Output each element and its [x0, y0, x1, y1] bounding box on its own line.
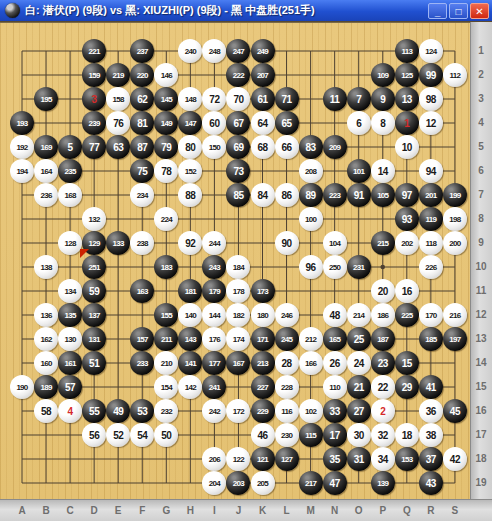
move-number: 146: [154, 63, 178, 87]
move-number: 1: [395, 111, 419, 135]
last-move-marker-icon: [80, 249, 89, 258]
move-number: 36: [419, 399, 443, 423]
move-number: 70: [226, 87, 250, 111]
move-number: 113: [395, 39, 419, 63]
stone-217-black: 217: [299, 471, 323, 495]
move-number: 6: [347, 111, 371, 135]
stone-20-white: 20: [371, 279, 395, 303]
move-number: 124: [419, 39, 443, 63]
stone-161-black: 161: [58, 351, 82, 375]
row-coordinate-strip: 12345678910111213141516171819: [470, 22, 492, 499]
row-label-7: 7: [474, 189, 488, 200]
row-label-2: 2: [474, 69, 488, 80]
stone-105-black: 105: [371, 183, 395, 207]
stone-136-white: 136: [34, 303, 58, 327]
row-label-9: 9: [474, 237, 488, 248]
stone-187-black: 187: [371, 327, 395, 351]
stone-182-white: 182: [226, 303, 250, 327]
stone-4-white: 4: [58, 399, 82, 423]
move-number: 58: [34, 399, 58, 423]
stone-98-white: 98: [419, 87, 443, 111]
move-number: 20: [371, 279, 395, 303]
stone-176-white: 176: [202, 327, 226, 351]
move-number: 180: [251, 303, 275, 327]
move-number: 141: [178, 351, 202, 375]
stone-27-black: 27: [347, 399, 371, 423]
minimize-button[interactable]: _: [428, 3, 447, 19]
stone-139-black: 139: [371, 471, 395, 495]
stone-94-white: 94: [419, 159, 443, 183]
stone-67-black: 67: [226, 111, 250, 135]
move-number: 24: [347, 351, 371, 375]
move-number: 11: [323, 87, 347, 111]
stone-110-white: 110: [323, 375, 347, 399]
stone-36-white: 36: [419, 399, 443, 423]
move-number: 242: [202, 399, 226, 423]
move-number: 152: [178, 159, 202, 183]
stone-235-black: 235: [58, 159, 82, 183]
app-stone-icon: [5, 3, 20, 18]
window-controls: _ □ ✕: [428, 3, 489, 19]
move-number: 184: [226, 255, 250, 279]
col-label-O: O: [352, 505, 366, 516]
move-number: 100: [299, 207, 323, 231]
stone-234-white: 234: [130, 183, 154, 207]
move-number: 130: [58, 327, 82, 351]
stone-146-white: 146: [154, 63, 178, 87]
move-number: 249: [251, 39, 275, 63]
row-label-12: 12: [474, 309, 488, 320]
move-number: 210: [154, 351, 178, 375]
move-number: 28: [275, 351, 299, 375]
stone-54-white: 54: [130, 423, 154, 447]
move-number: 91: [347, 183, 371, 207]
move-number: 89: [299, 183, 323, 207]
move-number: 48: [323, 303, 347, 327]
stone-246-white: 246: [275, 303, 299, 327]
move-number: 166: [299, 351, 323, 375]
stone-45-black: 45: [443, 399, 467, 423]
stone-192-white: 192: [10, 135, 34, 159]
row-label-5: 5: [474, 141, 488, 152]
move-number: 57: [58, 375, 82, 399]
move-number: 85: [226, 183, 250, 207]
move-number: 21: [347, 375, 371, 399]
col-label-M: M: [304, 505, 318, 516]
stone-211-black: 211: [154, 327, 178, 351]
move-number: 90: [275, 231, 299, 255]
stone-86-white: 86: [275, 183, 299, 207]
stone-159-black: 159: [82, 63, 106, 87]
move-number: 84: [251, 183, 275, 207]
stone-100-white: 100: [299, 207, 323, 231]
row-label-11: 11: [474, 285, 488, 296]
move-number: 163: [130, 279, 154, 303]
stone-77-black: 77: [82, 135, 106, 159]
stone-152-white: 152: [178, 159, 202, 183]
stone-7-black: 7: [347, 87, 371, 111]
move-number: 231: [347, 255, 371, 279]
row-label-19: 19: [474, 477, 488, 488]
move-number: 226: [419, 255, 443, 279]
move-number: 53: [130, 399, 154, 423]
col-label-E: E: [111, 505, 125, 516]
row-label-8: 8: [474, 213, 488, 224]
stone-180-white: 180: [251, 303, 275, 327]
stone-193-black: 193: [10, 111, 34, 135]
move-number: 207: [251, 63, 275, 87]
move-number: 187: [371, 327, 395, 351]
stone-223-black: 223: [323, 183, 347, 207]
move-number: 246: [275, 303, 299, 327]
stone-63-black: 63: [106, 135, 130, 159]
stone-186-white: 186: [371, 303, 395, 327]
move-number: 238: [130, 231, 154, 255]
move-number: 222: [226, 63, 250, 87]
stone-207-black: 207: [251, 63, 275, 87]
move-number: 197: [443, 327, 467, 351]
stone-247-black: 247: [226, 39, 250, 63]
move-number: 232: [154, 399, 178, 423]
move-number: 147: [178, 111, 202, 135]
stone-215-black: 215: [371, 231, 395, 255]
move-number: 148: [178, 87, 202, 111]
stone-5-black: 5: [58, 135, 82, 159]
move-number: 16: [395, 279, 419, 303]
move-number: 66: [275, 135, 299, 159]
stone-181-black: 181: [178, 279, 202, 303]
move-number: 25: [347, 327, 371, 351]
stone-97-black: 97: [395, 183, 419, 207]
stone-59-black: 59: [82, 279, 106, 303]
stone-143-black: 143: [178, 327, 202, 351]
move-number: 236: [34, 183, 58, 207]
col-label-L: L: [280, 505, 294, 516]
move-number: 29: [395, 375, 419, 399]
stone-233-black: 233: [130, 351, 154, 375]
col-label-Q: Q: [400, 505, 414, 516]
stone-49-black: 49: [106, 399, 130, 423]
move-number: 213: [251, 351, 275, 375]
stone-10-white: 10: [395, 135, 419, 159]
move-number: 230: [275, 423, 299, 447]
move-number: 221: [82, 39, 106, 63]
row-label-18: 18: [474, 453, 488, 464]
move-number: 18: [395, 423, 419, 447]
move-number: 200: [443, 231, 467, 255]
move-number: 142: [178, 375, 202, 399]
stone-109-black: 109: [371, 63, 395, 87]
move-number: 168: [58, 183, 82, 207]
move-number: 228: [275, 375, 299, 399]
move-number: 157: [130, 327, 154, 351]
stone-130-white: 130: [58, 327, 82, 351]
col-label-I: I: [207, 505, 221, 516]
move-number: 177: [202, 351, 226, 375]
move-number: 115: [299, 423, 323, 447]
stone-206-white: 206: [202, 447, 226, 471]
stone-42-white: 42: [443, 447, 467, 471]
col-label-R: R: [424, 505, 438, 516]
stone-239-black: 239: [82, 111, 106, 135]
stone-237-black: 237: [130, 39, 154, 63]
stone-165-black: 165: [323, 327, 347, 351]
move-number: 206: [202, 447, 226, 471]
move-number: 154: [154, 375, 178, 399]
move-number: 189: [34, 375, 58, 399]
row-label-14: 14: [474, 357, 488, 368]
move-number: 65: [275, 111, 299, 135]
col-label-D: D: [87, 505, 101, 516]
move-number: 248: [202, 39, 226, 63]
stone-79-black: 79: [154, 135, 178, 159]
stone-170-white: 170: [419, 303, 443, 327]
move-number: 170: [419, 303, 443, 327]
stone-62-black: 62: [130, 87, 154, 111]
move-number: 12: [419, 111, 443, 135]
col-label-K: K: [256, 505, 270, 516]
stone-70-white: 70: [226, 87, 250, 111]
move-number: 167: [226, 351, 250, 375]
move-number: 110: [323, 375, 347, 399]
stone-249-black: 249: [251, 39, 275, 63]
move-number: 215: [371, 231, 395, 255]
move-number: 54: [130, 423, 154, 447]
stone-222-black: 222: [226, 63, 250, 87]
stone-183-black: 183: [154, 255, 178, 279]
stone-48-white: 48: [323, 303, 347, 327]
move-number: 101: [347, 159, 371, 183]
move-number: 202: [395, 231, 419, 255]
move-number: 104: [323, 231, 347, 255]
move-number: 8: [371, 111, 395, 135]
move-number: 241: [202, 375, 226, 399]
stone-189-black: 189: [34, 375, 58, 399]
move-number: 14: [371, 159, 395, 183]
move-number: 38: [419, 423, 443, 447]
stone-201-black: 201: [419, 183, 443, 207]
stone-164-white: 164: [34, 159, 58, 183]
stone-6-white: 6: [347, 111, 371, 135]
move-number: 49: [106, 399, 130, 423]
stone-23-black: 23: [371, 351, 395, 375]
move-number: 143: [178, 327, 202, 351]
stone-128-white: 128: [58, 231, 82, 255]
close-button[interactable]: ✕: [470, 3, 489, 19]
col-label-P: P: [376, 505, 390, 516]
stone-1-black: 1: [395, 111, 419, 135]
move-number: 214: [347, 303, 371, 327]
move-number: 43: [419, 471, 443, 495]
stone-162-white: 162: [34, 327, 58, 351]
stone-84-white: 84: [251, 183, 275, 207]
stone-115-black: 115: [299, 423, 323, 447]
move-number: 223: [323, 183, 347, 207]
move-number: 55: [82, 399, 106, 423]
move-number: 158: [106, 87, 130, 111]
stone-41-black: 41: [419, 375, 443, 399]
stone-154-white: 154: [154, 375, 178, 399]
stone-208-white: 208: [299, 159, 323, 183]
move-number: 128: [58, 231, 82, 255]
move-number: 176: [202, 327, 226, 351]
move-number: 4: [58, 399, 82, 423]
move-number: 15: [395, 351, 419, 375]
stone-64-white: 64: [251, 111, 275, 135]
move-number: 56: [82, 423, 106, 447]
stone-60-white: 60: [202, 111, 226, 135]
stone-81-black: 81: [130, 111, 154, 135]
move-number: 42: [443, 447, 467, 471]
stone-167-black: 167: [226, 351, 250, 375]
move-number: 131: [82, 327, 106, 351]
stone-118-white: 118: [419, 231, 443, 255]
move-number: 62: [130, 87, 154, 111]
move-number: 51: [82, 351, 106, 375]
move-number: 247: [226, 39, 250, 63]
row-label-17: 17: [474, 429, 488, 440]
stone-179-black: 179: [202, 279, 226, 303]
move-number: 34: [371, 447, 395, 471]
stone-251-black: 251: [82, 255, 106, 279]
move-number: 234: [130, 183, 154, 207]
stone-90-white: 90: [275, 231, 299, 255]
move-number: 97: [395, 183, 419, 207]
move-number: 5: [58, 135, 82, 159]
stone-174-white: 174: [226, 327, 250, 351]
move-number: 112: [443, 63, 467, 87]
stone-3-black: 3: [82, 87, 106, 111]
stone-157-black: 157: [130, 327, 154, 351]
move-number: 52: [106, 423, 130, 447]
stone-242-white: 242: [202, 399, 226, 423]
row-label-16: 16: [474, 405, 488, 416]
move-number: 35: [323, 447, 347, 471]
col-label-A: A: [15, 505, 29, 516]
move-number: 194: [10, 159, 34, 183]
move-number: 116: [275, 399, 299, 423]
stone-133-black: 133: [106, 231, 130, 255]
move-number: 135: [58, 303, 82, 327]
move-number: 185: [419, 327, 443, 351]
stone-141-black: 141: [178, 351, 202, 375]
stone-8-white: 8: [371, 111, 395, 135]
stone-124-white: 124: [419, 39, 443, 63]
stone-216-white: 216: [443, 303, 467, 327]
stone-204-white: 204: [202, 471, 226, 495]
move-number: 93: [395, 207, 419, 231]
move-number: 72: [202, 87, 226, 111]
stone-219-black: 219: [106, 63, 130, 87]
stone-71-black: 71: [275, 87, 299, 111]
stone-140-white: 140: [178, 303, 202, 327]
stone-99-black: 99: [419, 63, 443, 87]
move-number: 118: [419, 231, 443, 255]
move-number: 41: [419, 375, 443, 399]
move-number: 71: [275, 87, 299, 111]
move-number: 98: [419, 87, 443, 111]
maximize-button[interactable]: □: [449, 3, 468, 19]
stone-46-white: 46: [251, 423, 275, 447]
stone-195-black: 195: [34, 87, 58, 111]
stone-119-black: 119: [419, 207, 443, 231]
col-label-C: C: [63, 505, 77, 516]
stone-169-black: 169: [34, 135, 58, 159]
stone-209-black: 209: [323, 135, 347, 159]
move-number: 22: [371, 375, 395, 399]
move-number: 138: [34, 255, 58, 279]
move-number: 59: [82, 279, 106, 303]
move-number: 240: [178, 39, 202, 63]
move-number: 235: [58, 159, 82, 183]
move-number: 198: [443, 207, 467, 231]
move-number: 87: [130, 135, 154, 159]
move-number: 178: [226, 279, 250, 303]
stone-241-black: 241: [202, 375, 226, 399]
stone-51-black: 51: [82, 351, 106, 375]
stone-135-black: 135: [58, 303, 82, 327]
stone-184-white: 184: [226, 255, 250, 279]
move-number: 251: [82, 255, 106, 279]
stone-75-black: 75: [130, 159, 154, 183]
stone-248-white: 248: [202, 39, 226, 63]
move-number: 161: [58, 351, 82, 375]
stone-178-white: 178: [226, 279, 250, 303]
move-number: 145: [154, 87, 178, 111]
stone-2-white: 2: [371, 399, 395, 423]
stone-29-black: 29: [395, 375, 419, 399]
stone-231-black: 231: [347, 255, 371, 279]
col-label-G: G: [159, 505, 173, 516]
move-number: 77: [82, 135, 106, 159]
move-number: 13: [395, 87, 419, 111]
move-number: 134: [58, 279, 82, 303]
move-number: 219: [106, 63, 130, 87]
move-number: 250: [323, 255, 347, 279]
stone-125-black: 125: [395, 63, 419, 87]
move-number: 133: [106, 231, 130, 255]
stone-87-black: 87: [130, 135, 154, 159]
stone-31-black: 31: [347, 447, 371, 471]
stone-145-black: 145: [154, 87, 178, 111]
move-number: 92: [178, 231, 202, 255]
stone-166-white: 166: [299, 351, 323, 375]
stone-224-white: 224: [154, 207, 178, 231]
stone-243-black: 243: [202, 255, 226, 279]
move-number: 61: [251, 87, 275, 111]
stone-78-white: 78: [154, 159, 178, 183]
stone-225-black: 225: [395, 303, 419, 327]
stone-228-white: 228: [275, 375, 299, 399]
stone-12-white: 12: [419, 111, 443, 135]
stone-102-white: 102: [299, 399, 323, 423]
stone-89-black: 89: [299, 183, 323, 207]
move-number: 155: [154, 303, 178, 327]
row-label-4: 4: [474, 117, 488, 128]
move-number: 26: [323, 351, 347, 375]
stone-122-white: 122: [226, 447, 250, 471]
move-number: 233: [130, 351, 154, 375]
stone-177-black: 177: [202, 351, 226, 375]
stone-52-white: 52: [106, 423, 130, 447]
move-number: 78: [154, 159, 178, 183]
move-number: 237: [130, 39, 154, 63]
title-bar[interactable]: 白: 潜伏(P) (9段) vs 黑: XIUZHI(P) (9段) - 黑 中…: [0, 0, 492, 22]
stone-56-white: 56: [82, 423, 106, 447]
stone-93-black: 93: [395, 207, 419, 231]
stone-91-black: 91: [347, 183, 371, 207]
move-number: 225: [395, 303, 419, 327]
